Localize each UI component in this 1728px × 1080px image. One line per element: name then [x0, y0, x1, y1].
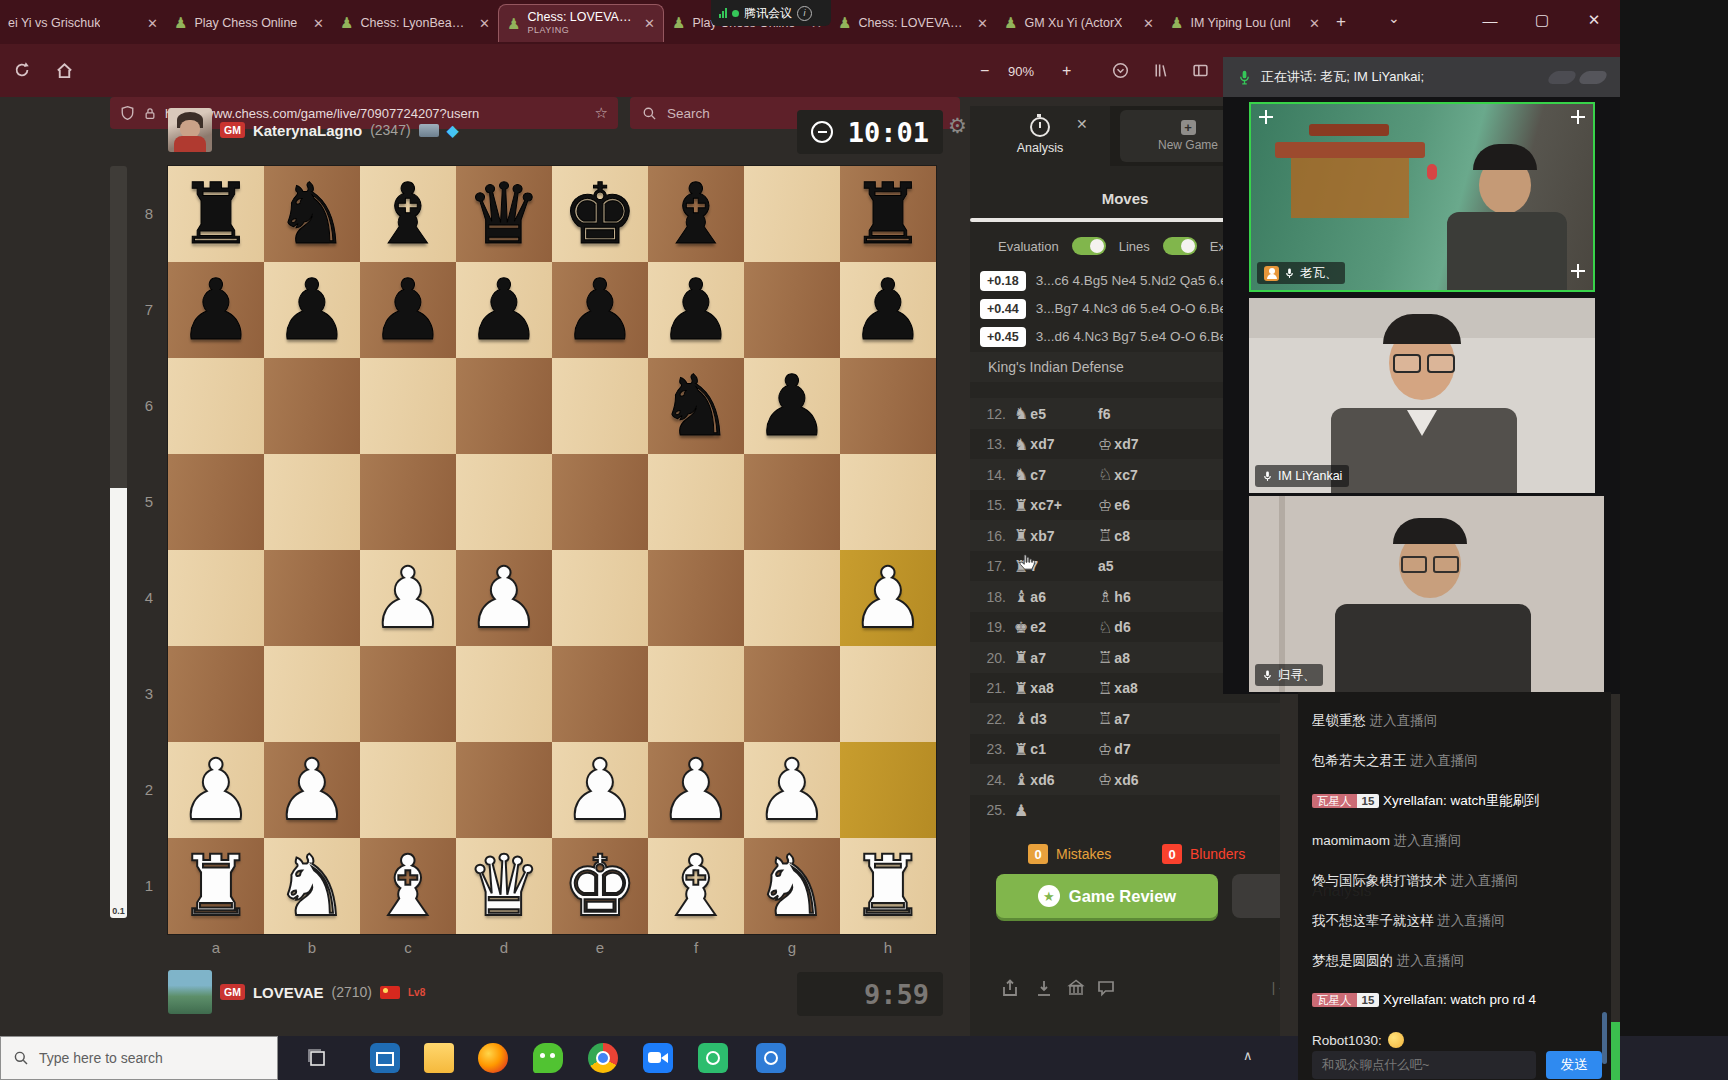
toggle-label-lines: Lines [1119, 239, 1150, 254]
blunders-count-badge: 0 [1162, 844, 1182, 864]
browser-tab-1[interactable]: ei Yi vs Grischuk✕ [0, 4, 166, 42]
chat-username: 我不想这辈子就这样 [1312, 913, 1434, 928]
square-d5[interactable] [456, 454, 552, 550]
file-label-h: h [840, 936, 936, 960]
square-g6[interactable]: ♟ [744, 358, 840, 454]
white-move[interactable]: ♝a6 [1014, 587, 1098, 606]
diamond-membership-icon: ◆ [447, 121, 459, 140]
move-number: 25. [970, 802, 1014, 818]
black-move[interactable]: ♘d6 [1098, 618, 1182, 637]
white-move-text: xd7 [1030, 436, 1054, 452]
chat-username: Robot1030: [1312, 1033, 1382, 1048]
tab-close-icon[interactable]: ✕ [977, 16, 988, 31]
move-row-25[interactable]: 25.♟ [970, 795, 1280, 826]
toggle-label-evaluation: Evaluation [998, 239, 1059, 254]
taskbar-app-file-explorer-icon[interactable] [424, 1043, 454, 1073]
chat-text: Xyrellafan: watch pro rd 4 [1379, 992, 1536, 1007]
fan-badge: 瓦星人 [1312, 794, 1357, 808]
taskbar-app-chrome-icon[interactable] [588, 1043, 618, 1073]
black-move[interactable]: ♖a7 [1098, 709, 1182, 728]
white-move[interactable]: ♜c1 [1014, 740, 1098, 759]
square-d2[interactable] [456, 742, 552, 838]
video-2-label: IM LiYankai [1255, 465, 1349, 487]
black-move-text: d6 [1114, 619, 1130, 635]
tab-title: Chess: LOVEVAE v [858, 16, 966, 30]
white-pawn-b2: ♟ [274, 742, 349, 838]
white-move[interactable]: ♝d3 [1014, 709, 1098, 728]
square-f7[interactable]: ♟ [648, 262, 744, 358]
file-label-a: a [168, 936, 264, 960]
chat-message-3: 瓦星人15 Xyrellafan: watch里能刷到 [1312, 792, 1600, 810]
close-analysis-icon[interactable]: ✕ [1076, 116, 1088, 132]
share-icon[interactable] [1000, 978, 1022, 1000]
black-knight-f6: ♞ [658, 358, 733, 454]
bubble-eye [540, 1053, 545, 1058]
white-move[interactable]: ♝xd6 [1014, 770, 1098, 789]
engine-score: +0.45 [980, 327, 1026, 347]
white-rook-h1: ♜ [850, 838, 925, 934]
black-move[interactable]: f6 [1098, 406, 1182, 422]
door-frame [1279, 496, 1285, 692]
camera-wedge [661, 1053, 668, 1063]
tab-title: GM Xu Yi (ActorX [1024, 16, 1122, 30]
lock-icon[interactable] [143, 106, 157, 121]
white-move-text: xd6 [1030, 772, 1054, 788]
taskbar-app-green-app-icon[interactable] [698, 1043, 728, 1073]
white-move[interactable]: ♞xd7 [1014, 435, 1098, 454]
chat-message-8: 瓦星人15 Xyrellafan: watch pro rd 4 [1312, 992, 1600, 1008]
person-1-torso [1447, 212, 1567, 292]
square-e7[interactable]: ♟ [552, 262, 648, 358]
white-move[interactable]: ♞e5 [1014, 404, 1098, 423]
square-f6[interactable]: ♞ [648, 358, 744, 454]
avatar-chip-icon [1264, 266, 1279, 281]
square-d4[interactable]: ♟ [456, 550, 552, 646]
square-c1[interactable]: ♝ [360, 838, 456, 934]
white-move[interactable]: ♜a7 [1014, 648, 1098, 667]
sparkle-icon [1259, 110, 1273, 124]
white-move-text: a6 [1030, 589, 1046, 605]
square-f8[interactable]: ♝ [648, 166, 744, 262]
black-move[interactable]: ♔d7 [1098, 740, 1182, 759]
plus-icon: + [1181, 120, 1196, 135]
square-a2[interactable]: ♟ [168, 742, 264, 838]
close-button[interactable]: ✕ [1568, 0, 1620, 40]
toggle-switch-lines[interactable] [1163, 237, 1197, 255]
white-move[interactable]: ♟ [1014, 801, 1098, 820]
black-move-text: xc7 [1114, 467, 1137, 483]
black-pawn-e7: ♟ [562, 262, 637, 358]
chat-message-4: maomimaom 进入直播间 [1312, 832, 1600, 850]
new-tab-button[interactable]: + [1336, 12, 1346, 32]
chat-username: 星锁重愁 [1312, 713, 1366, 728]
square-e8[interactable]: ♚ [552, 166, 648, 262]
tab-close-icon[interactable]: ✕ [644, 16, 655, 31]
square-h5[interactable] [840, 454, 936, 550]
square-d1[interactable]: ♛ [456, 838, 552, 934]
info-icon[interactable]: i [797, 6, 812, 21]
tab-list-chevron[interactable]: ⌄ [1388, 10, 1400, 26]
square-d6[interactable] [456, 358, 552, 454]
zoom-level[interactable]: 90% [1008, 64, 1034, 79]
tab-title: ei Yi vs Grischuk [8, 16, 100, 30]
tab-close-icon[interactable]: ✕ [1143, 16, 1154, 31]
speaking-label: 正在讲话: 老瓦; IM LiYankai; [1261, 68, 1424, 86]
person-3-hair [1393, 518, 1467, 544]
square-b4[interactable] [264, 550, 360, 646]
bookmark-star-icon[interactable]: ☆ [595, 104, 608, 122]
rank-label-2: 2 [136, 742, 162, 838]
tab-close-icon[interactable]: ✕ [1309, 16, 1320, 31]
square-f5[interactable] [648, 454, 744, 550]
file-label-g: g [744, 936, 840, 960]
piece-icon-n: ♞ [1014, 404, 1028, 423]
shield-icon[interactable] [120, 105, 135, 121]
evaluation-bar-white [110, 488, 127, 918]
pavilion-body [1291, 158, 1409, 218]
white-move[interactable]: ♜xc7+ [1014, 496, 1098, 515]
chesscom-pawn-favicon: ♟ [672, 14, 685, 32]
black-move[interactable]: ♖c8 [1098, 526, 1182, 545]
taskbar-app-wechat-icon[interactable] [533, 1043, 563, 1073]
move-number: 13. [970, 436, 1014, 452]
chat-action: 进入直播间 [1366, 713, 1437, 728]
taskbar-app-photos-icon[interactable] [756, 1043, 786, 1073]
square-h7[interactable]: ♟ [840, 262, 936, 358]
chat-message-2: 包希若夫之君王 进入直播间 [1312, 752, 1600, 770]
sparkle-icon [1571, 110, 1585, 124]
chat-username: 包希若夫之君王 [1312, 753, 1407, 768]
meeting-indicator-pill[interactable]: 腾讯会议 i [711, 0, 831, 26]
black-move[interactable]: ♔xd6 [1098, 770, 1182, 789]
firefox-watermark [1549, 71, 1606, 84]
move-number: 23. [970, 741, 1014, 757]
square-d8[interactable]: ♛ [456, 166, 552, 262]
tab-text: Chess: LOVEVAE vsPLAYING [527, 11, 635, 37]
black-knight-b8: ♞ [274, 166, 349, 262]
rank-label-4: 4 [136, 550, 162, 646]
move-number: 15. [970, 497, 1014, 513]
black-rook-a8: ♜ [178, 166, 253, 262]
meeting-pill-label: 腾讯会议 [744, 5, 792, 22]
move-row-23[interactable]: 23.♜c1♔d7 [970, 734, 1280, 765]
square-g4[interactable] [744, 550, 840, 646]
white-move[interactable]: ♞c7 [1014, 465, 1098, 484]
black-pawn-b7: ♟ [274, 262, 349, 358]
file-label-c: c [360, 936, 456, 960]
bottom-player-avatar[interactable] [168, 970, 212, 1014]
top-player-name[interactable]: KaterynaLagno [253, 122, 362, 139]
square-h3[interactable] [840, 646, 936, 742]
pavilion-upper-roof [1309, 124, 1389, 136]
chat-message-7: 梦想是圆圆的 进入直播间 [1312, 952, 1600, 970]
engine-line-2[interactable]: +0.443...Bg7 4.Nc3 d6 5.e4 O-O 6.Be2 c [980, 296, 1245, 321]
piece-icon-R: ♖ [1098, 679, 1112, 698]
square-a6[interactable] [168, 358, 264, 454]
black-pawn-c7: ♟ [370, 262, 445, 358]
square-c8[interactable]: ♝ [360, 166, 456, 262]
black-bishop-f8: ♝ [658, 166, 733, 262]
settings-gear-icon[interactable]: ⚙ [948, 114, 967, 138]
white-move[interactable]: ♜7 [1014, 557, 1098, 576]
rank-label-8: 8 [136, 166, 162, 262]
star-icon: ★ [1038, 885, 1060, 907]
white-move-text: e5 [1030, 406, 1046, 422]
bottom-player-rating: (2710) [332, 984, 372, 1000]
file-label-e: e [552, 936, 648, 960]
square-a8[interactable]: ♜ [168, 166, 264, 262]
lantern [1427, 164, 1437, 180]
square-f3[interactable] [648, 646, 744, 742]
white-pawn-h4: ♟ [850, 550, 925, 646]
white-pawn-d4: ♟ [466, 550, 541, 646]
black-move-text: c8 [1114, 528, 1130, 544]
library-icon[interactable] [1148, 58, 1172, 82]
top-player-avatar[interactable] [168, 108, 212, 152]
minimize-button[interactable]: — [1464, 0, 1516, 40]
square-d3[interactable] [456, 646, 552, 742]
white-pawn-e2: ♟ [562, 742, 637, 838]
thinking-emoji [1388, 1032, 1404, 1048]
white-rook-a1: ♜ [178, 838, 253, 934]
taskbar-app-firefox-icon[interactable] [478, 1043, 508, 1073]
tab-close-icon[interactable]: ✕ [479, 16, 490, 31]
browser-tab-3[interactable]: ♟Chess: LyonBeast v✕ [332, 4, 498, 42]
send-button[interactable]: 发送 [1546, 1051, 1602, 1079]
square-b2[interactable]: ♟ [264, 742, 360, 838]
white-move-text: a7 [1030, 650, 1046, 666]
explorer-columns-icon[interactable] [1066, 978, 1088, 1000]
tray-caret-icon[interactable]: ∧ [1243, 1048, 1253, 1063]
sidebar-icon[interactable] [1188, 58, 1212, 82]
square-b7[interactable]: ♟ [264, 262, 360, 358]
chat-scrollbar[interactable] [1602, 1012, 1607, 1064]
square-c4[interactable]: ♟ [360, 550, 456, 646]
recording-dot-icon [732, 10, 739, 17]
download-icon[interactable] [1034, 978, 1056, 1000]
taskbar-search[interactable]: Type here to search [0, 1036, 278, 1080]
reload-icon[interactable] [10, 58, 34, 82]
meeting-title-bar[interactable]: 正在讲话: 老瓦; IM LiYankai; [1223, 57, 1620, 97]
chat-username: 馋与国际象棋打谱技术 [1312, 873, 1447, 888]
black-pawn-g6: ♟ [754, 358, 829, 454]
person-2-glasses-right [1427, 354, 1455, 373]
white-move-text: xb7 [1030, 528, 1054, 544]
square-e3[interactable] [552, 646, 648, 742]
black-move[interactable]: ♗h6 [1098, 587, 1182, 606]
black-move[interactable]: a5 [1098, 558, 1182, 574]
white-move-text: e2 [1030, 619, 1046, 635]
black-rook-h8: ♜ [850, 166, 925, 262]
piece-icon-p: ♟ [1014, 801, 1028, 820]
black-move-text: e6 [1114, 497, 1130, 513]
square-h1[interactable]: ♜ [840, 838, 936, 934]
video-feed-3[interactable]: 归寻、 [1249, 496, 1604, 692]
video-feed-2[interactable]: IM LiYankai [1249, 298, 1595, 493]
square-a5[interactable] [168, 454, 264, 550]
piece-icon-n: ♞ [1014, 435, 1028, 454]
person-3-glasses-left [1401, 556, 1427, 573]
bag-glyph [376, 1052, 394, 1066]
taskbar-app-tencent-meeting-icon[interactable] [643, 1043, 673, 1073]
bottom-player-title-badge: GM [220, 984, 245, 1000]
square-c2[interactable] [360, 742, 456, 838]
tab-close-icon[interactable]: ✕ [313, 16, 324, 31]
engine-line-3[interactable]: +0.453...d6 4.Nc3 Bg7 5.e4 O-O 6.Be2 c [980, 324, 1245, 349]
square-g7[interactable] [744, 262, 840, 358]
black-move[interactable]: ♔xd7 [1098, 435, 1182, 454]
black-move-text: a5 [1098, 558, 1114, 574]
game-review-button[interactable]: ★ Game Review [996, 874, 1218, 918]
square-b6[interactable] [264, 358, 360, 454]
square-e4[interactable] [552, 550, 648, 646]
chat-message-6: 我不想这辈子就这样 进入直播间 [1312, 912, 1600, 930]
move-number: 14. [970, 467, 1014, 483]
square-g2[interactable]: ♟ [744, 742, 840, 838]
tab-analysis[interactable]: Analysis [970, 106, 1110, 166]
tab-title: IM Yiping Lou (unl [1190, 16, 1290, 30]
square-f4[interactable] [648, 550, 744, 646]
fan-level: 15 [1357, 993, 1380, 1007]
pocket-icon[interactable] [1108, 58, 1132, 82]
piece-icon-r: ♜ [1014, 648, 1028, 667]
white-move-text: xc7+ [1030, 497, 1062, 513]
square-b5[interactable] [264, 454, 360, 550]
square-h2[interactable] [840, 742, 936, 838]
chesscom-pawn-favicon: ♟ [838, 14, 851, 32]
app-glyph [706, 1051, 720, 1065]
piece-icon-N: ♘ [1098, 465, 1112, 484]
chat-bubble-icon[interactable] [1096, 978, 1118, 1000]
square-e5[interactable] [552, 454, 648, 550]
square-f2[interactable]: ♟ [648, 742, 744, 838]
square-c6[interactable] [360, 358, 456, 454]
maximize-button[interactable]: ▢ [1516, 0, 1568, 40]
white-pawn-c4: ♟ [370, 550, 445, 646]
square-b3[interactable] [264, 646, 360, 742]
chesscom-pawn-favicon: ♟ [1170, 14, 1183, 32]
browser-tab-2[interactable]: ♟Play Chess Online✕ [166, 4, 332, 42]
taskbar-app-store-icon[interactable] [370, 1043, 400, 1073]
square-b1[interactable]: ♞ [264, 838, 360, 934]
white-move[interactable]: ♜xb7 [1014, 526, 1098, 545]
skip-to-start-icon[interactable]: ❘◀ [1268, 980, 1280, 995]
zoom-in-button[interactable]: + [1062, 62, 1071, 80]
square-a4[interactable] [168, 550, 264, 646]
square-b8[interactable]: ♞ [264, 166, 360, 262]
blunders-summary: 0 Blunders [1162, 842, 1245, 866]
browser-tab-7[interactable]: ♟GM Xu Yi (ActorX✕ [996, 4, 1162, 42]
move-row-22[interactable]: 22.♝d3♖a7 [970, 703, 1280, 734]
black-move-text: xa8 [1114, 680, 1137, 696]
square-a1[interactable]: ♜ [168, 838, 264, 934]
black-move-text: h6 [1114, 589, 1130, 605]
file-label-d: d [456, 936, 552, 960]
engine-moves: 3...Bg7 4.Nc3 d6 5.e4 O-O 6.Be2 c [1036, 301, 1245, 316]
task-view-icon[interactable] [306, 1047, 328, 1069]
browser-tab-6[interactable]: ♟Chess: LOVEVAE v✕ [830, 4, 996, 42]
square-g5[interactable] [744, 454, 840, 550]
toggle-switch-evaluation[interactable] [1072, 237, 1106, 255]
white-move[interactable]: ♚e2 [1014, 618, 1098, 637]
browser-tab-8[interactable]: ♟IM Yiping Lou (unl✕ [1162, 4, 1328, 42]
square-h4[interactable]: ♟ [840, 550, 936, 646]
bottom-player-bar: GM LOVEVAE (2710) Lv8 [168, 970, 425, 1014]
chat-action: 进入直播间 [1434, 913, 1505, 928]
square-c3[interactable] [360, 646, 456, 742]
engine-line-1[interactable]: +0.183...c6 4.Bg5 Ne4 5.Nd2 Qa5 6.e3 c [980, 268, 1246, 293]
bottom-player-name[interactable]: LOVEVAE [253, 984, 324, 1001]
top-player-clock: 10:01 [797, 110, 943, 154]
piece-icon-K: ♔ [1098, 435, 1112, 454]
secondary-button[interactable] [1232, 874, 1280, 918]
square-d7[interactable]: ♟ [456, 262, 552, 358]
piece-icon-R: ♖ [1098, 648, 1112, 667]
browser-tab-4[interactable]: ♟Chess: LOVEVAE vsPLAYING✕ [498, 4, 664, 42]
video-1-label: 老瓦、 [1257, 262, 1345, 284]
square-e6[interactable] [552, 358, 648, 454]
black-move[interactable]: ♖a8 [1098, 648, 1182, 667]
blunders-label: Blunders [1190, 846, 1245, 862]
black-bishop-c8: ♝ [370, 166, 445, 262]
white-bishop-c1: ♝ [370, 838, 445, 934]
white-knight-g1: ♞ [754, 838, 829, 934]
bottom-player-flair: Lv8 [408, 987, 425, 998]
square-a7[interactable]: ♟ [168, 262, 264, 358]
top-player-rating: (2347) [370, 122, 410, 138]
bottom-player-clock: 9:59 [797, 972, 943, 1016]
square-h8[interactable]: ♜ [840, 166, 936, 262]
square-e1[interactable]: ♚ [552, 838, 648, 934]
tab-close-icon[interactable]: ✕ [147, 16, 158, 31]
square-f1[interactable]: ♝ [648, 838, 744, 934]
piece-icon-b: ♝ [1014, 587, 1028, 606]
white-bishop-f1: ♝ [658, 838, 733, 934]
square-e2[interactable]: ♟ [552, 742, 648, 838]
chat-input[interactable]: 和观众聊点什么吧~ [1312, 1051, 1536, 1079]
square-c7[interactable]: ♟ [360, 262, 456, 358]
black-move[interactable]: ♔e6 [1098, 496, 1182, 515]
black-pawn-d7: ♟ [466, 262, 541, 358]
move-row-24[interactable]: 24.♝xd6♔xd6 [970, 764, 1280, 795]
white-pawn-a2: ♟ [178, 742, 253, 838]
engine-score: +0.44 [980, 299, 1026, 319]
square-c5[interactable] [360, 454, 456, 550]
bottom-player-flag-icon [380, 986, 400, 999]
video-feed-1[interactable]: 老瓦、 [1249, 102, 1595, 292]
home-icon[interactable] [52, 58, 76, 82]
black-move[interactable]: ♘xc7 [1098, 465, 1182, 484]
square-h6[interactable] [840, 358, 936, 454]
move-number: 17. [970, 558, 1014, 574]
black-pawn-h7: ♟ [850, 262, 925, 358]
black-pawn-f7: ♟ [658, 262, 733, 358]
chat-username: 梦想是圆圆的 [1312, 953, 1393, 968]
square-g3[interactable] [744, 646, 840, 742]
mouse-cursor-icon [1016, 553, 1038, 577]
square-g8[interactable] [744, 166, 840, 262]
rank-label-7: 7 [136, 262, 162, 358]
black-move[interactable]: ♖xa8 [1098, 679, 1182, 698]
piece-icon-B: ♗ [1098, 587, 1112, 606]
square-g1[interactable]: ♞ [744, 838, 840, 934]
zoom-out-button[interactable]: − [980, 62, 989, 80]
white-move-text: d3 [1030, 711, 1046, 727]
move-number: 18. [970, 589, 1014, 605]
video-3-label: 归寻、 [1255, 664, 1323, 686]
white-move[interactable]: ♜xa8 [1014, 679, 1098, 698]
square-a3[interactable] [168, 646, 264, 742]
